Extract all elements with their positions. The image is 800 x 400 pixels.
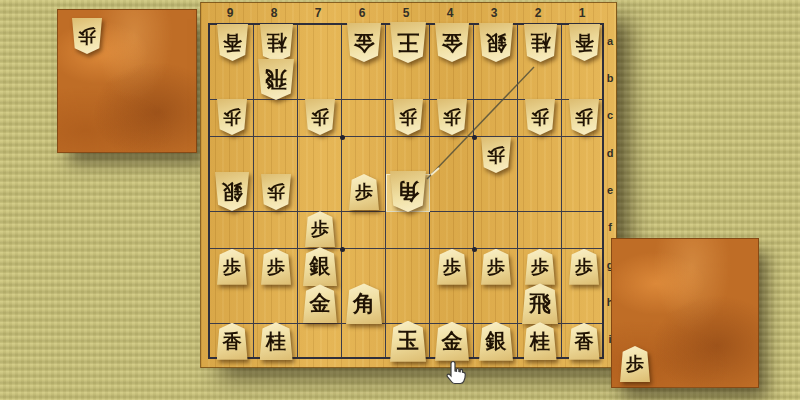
piece-lance-1a[interactable]: 香 [569,24,600,61]
star-point [340,247,345,252]
file-label-5: 5 [384,6,428,20]
sente-gold-kanji: 金 [303,284,337,323]
piece-lance-1i[interactable]: 香 [569,323,600,360]
gote-pawn-kanji: 歩 [72,18,102,54]
sente-knight-kanji: 桂 [260,322,293,360]
file-label-7: 7 [296,6,340,20]
piece-knight-8i[interactable]: 桂 [260,322,293,360]
gote-pawn-kanji: 歩 [525,99,555,135]
piece-silver-7g[interactable]: 銀 [303,247,337,286]
sente-silver-kanji: 銀 [479,322,513,361]
gote-pawn-kanji: 歩 [437,99,467,135]
gote-knight-kanji: 桂 [260,24,293,62]
file-label-6: 6 [340,6,384,20]
piece-lance-9a[interactable]: 香 [217,24,248,61]
star-point [472,135,477,140]
gote-gold-kanji: 金 [435,23,469,62]
sente-lance-kanji: 香 [569,323,600,360]
gote-pawn-kanji: 歩 [393,99,423,135]
gote-rook-kanji: 飛 [258,59,294,100]
piece-pawn-in-hand[interactable]: 歩 [72,18,102,54]
sente-bishop-kanji: 角 [346,283,382,324]
piece-pawn-in-hand[interactable]: 歩 [620,346,650,382]
piece-silver-3a[interactable]: 銀 [479,23,513,62]
gote-silver-kanji: 銀 [479,23,513,62]
piece-gold-7h[interactable]: 金 [303,284,337,323]
sente-pawn-kanji: 歩 [217,249,247,285]
piece-gold-4i[interactable]: 金 [435,322,469,361]
sente-knight-kanji: 桂 [524,322,557,360]
gote-pawn-kanji: 歩 [569,99,599,135]
piece-pawn-9c[interactable]: 歩 [217,99,247,135]
hand-cursor-icon [444,360,468,386]
piece-rook-2h[interactable]: 飛 [522,283,558,324]
gote-lance-kanji: 香 [569,24,600,61]
piece-bishop-6h[interactable]: 角 [346,283,382,324]
sente-pawn-kanji: 歩 [481,249,511,285]
gote-pawn-kanji: 歩 [261,174,291,210]
shogi-table-scene: 歩 987654321 abcdefghi 香桂金王金銀桂香飛歩歩歩歩歩歩歩銀歩… [0,0,800,400]
piece-pawn-2g[interactable]: 歩 [525,249,555,285]
piece-pawn-1g[interactable]: 歩 [569,249,599,285]
piece-pawn-3d[interactable]: 歩 [481,137,511,173]
sente-pawn-kanji: 歩 [261,249,291,285]
piece-king-5a[interactable]: 王 [390,22,426,63]
gote-pawn-kanji: 歩 [217,99,247,135]
sente-rook-kanji: 飛 [522,283,558,324]
piece-lance-9i[interactable]: 香 [217,323,248,360]
rank-label-f: f [604,221,616,233]
gote-pawn-kanji: 歩 [305,99,335,135]
rank-label-e: e [604,184,616,196]
piece-pawn-7f[interactable]: 歩 [305,211,335,247]
star-point [340,135,345,140]
gote-bishop-kanji: 角 [390,171,426,212]
sente-pawn-kanji: 歩 [349,174,379,210]
piece-pawn-6e[interactable]: 歩 [349,174,379,210]
gote-knight-kanji: 桂 [524,24,557,62]
rank-label-d: d [604,147,616,159]
piece-rook-8b[interactable]: 飛 [258,59,294,100]
piece-knight-2i[interactable]: 桂 [524,322,557,360]
sente-pawn-kanji: 歩 [437,249,467,285]
gote-gold-kanji: 金 [347,23,381,62]
piece-pawn-8e[interactable]: 歩 [261,174,291,210]
file-label-4: 4 [428,6,472,20]
rank-label-a: a [604,35,616,47]
sente-silver-kanji: 銀 [303,247,337,286]
piece-pawn-9g[interactable]: 歩 [217,249,247,285]
piece-pawn-4c[interactable]: 歩 [437,99,467,135]
gote-pawn-kanji: 歩 [481,137,511,173]
file-label-8: 8 [252,6,296,20]
star-point [472,247,477,252]
piece-knight-8a[interactable]: 桂 [260,24,293,62]
gote-lance-kanji: 香 [217,24,248,61]
piece-pawn-2c[interactable]: 歩 [525,99,555,135]
piece-silver-3i[interactable]: 銀 [479,322,513,361]
piece-gold-6a[interactable]: 金 [347,23,381,62]
piece-bishop-5e[interactable]: 角 [390,171,426,212]
shogi-board: 987654321 abcdefghi 香桂金王金銀桂香飛歩歩歩歩歩歩歩銀歩角歩… [200,2,617,368]
sente-pawn-kanji: 歩 [525,249,555,285]
rank-label-c: c [604,109,616,121]
piece-silver-9e[interactable]: 銀 [215,172,249,211]
sente-king-kanji: 玉 [390,321,426,362]
gote-king-kanji: 王 [390,22,426,63]
piece-pawn-4g[interactable]: 歩 [437,249,467,285]
piece-pawn-3g[interactable]: 歩 [481,249,511,285]
gote-silver-kanji: 銀 [215,172,249,211]
piece-pawn-8g[interactable]: 歩 [261,249,291,285]
gote-piece-stand[interactable]: 歩 [57,9,197,153]
file-label-9: 9 [208,6,252,20]
piece-pawn-5c[interactable]: 歩 [393,99,423,135]
board-grid[interactable]: 香桂金王金銀桂香飛歩歩歩歩歩歩歩銀歩角歩歩歩歩銀歩歩歩歩金角飛香桂玉金銀桂香 [208,23,604,359]
rank-label-b: b [604,72,616,84]
file-label-2: 2 [516,6,560,20]
sente-gold-kanji: 金 [435,322,469,361]
sente-piece-stand[interactable]: 歩 [611,238,759,388]
sente-pawn-kanji: 歩 [620,346,650,382]
piece-pawn-1c[interactable]: 歩 [569,99,599,135]
piece-knight-2a[interactable]: 桂 [524,24,557,62]
piece-pawn-7c[interactable]: 歩 [305,99,335,135]
file-label-3: 3 [472,6,516,20]
piece-gold-4a[interactable]: 金 [435,23,469,62]
piece-king-5i[interactable]: 玉 [390,321,426,362]
sente-pawn-kanji: 歩 [305,211,335,247]
file-label-1: 1 [560,6,604,20]
sente-pawn-kanji: 歩 [569,249,599,285]
sente-lance-kanji: 香 [217,323,248,360]
